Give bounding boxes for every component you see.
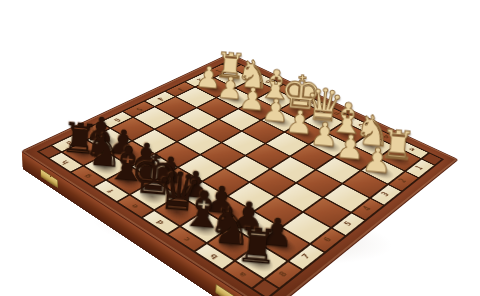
ring-corner (423, 154, 442, 165)
brass-clasp (215, 284, 240, 296)
piece-cell (40, 146, 61, 157)
file-label-d-far: d (321, 106, 351, 121)
piece-cell: ♟ (310, 134, 350, 157)
rank-label-2-left: 2 (186, 73, 213, 86)
piece-black-rook-a8[interactable]: ♜ (234, 221, 274, 269)
piece-cell: ♟ (218, 89, 256, 108)
brass-hinge (40, 168, 58, 188)
square-h4[interactable] (156, 97, 195, 117)
piece-cell (233, 65, 260, 78)
piece-cell (223, 60, 240, 68)
piece-white-pawn-g2[interactable]: ♟ (215, 73, 245, 104)
square-d2[interactable] (286, 122, 326, 144)
rank-label-1-left: 1 (205, 65, 231, 78)
piece-white-queen-d1[interactable]: ♛ (302, 83, 334, 127)
piece-cell: ♞ (236, 79, 273, 98)
piece-cell (156, 97, 195, 117)
chess-board: hgfedcba1122334455667788hgfedcba ♜♞♝♚♛♝♞… (20, 53, 459, 296)
piece-cell: ♟ (240, 99, 279, 119)
square-h3[interactable] (177, 88, 215, 107)
rank-label-3-left: 3 (166, 82, 194, 96)
square-h2[interactable] (196, 78, 233, 97)
piece-white-pawn-h2[interactable]: ♟ (194, 62, 223, 92)
piece-cell (146, 92, 174, 106)
piece-cell (396, 141, 428, 158)
file-label-f-far: f (276, 85, 304, 99)
piece-cell (223, 132, 264, 155)
square-g4[interactable] (177, 108, 217, 129)
piece-cell (186, 73, 213, 86)
square-g2[interactable] (218, 89, 256, 108)
square-h1[interactable] (215, 69, 252, 87)
piece-cell (134, 107, 174, 128)
pieces-layer: ♜♞♝♚♛♝♞♜♟♟♟♟♟♟♟♟♟♟♟♟♟♟♟♟♜♞♝♚♛♝♞♜ (37, 59, 445, 296)
piece-white-bishop-f1[interactable]: ♝ (256, 64, 286, 104)
piece-white-bishop-c1[interactable]: ♝ (327, 97, 359, 139)
square-d1[interactable] (304, 111, 343, 132)
piece-cell: ♟ (196, 78, 233, 97)
square-d3[interactable] (267, 133, 308, 156)
piece-cell (205, 65, 231, 78)
piece-cell (177, 88, 215, 107)
square-h5[interactable] (134, 107, 174, 128)
square-f4[interactable] (200, 120, 241, 142)
piece-cell: ♟ (262, 110, 301, 131)
piece-cell: ♚ (281, 100, 319, 120)
piece-white-knight-g1[interactable]: ♞ (234, 55, 264, 93)
piece-cell (124, 102, 153, 117)
piece-white-king-e1[interactable]: ♚ (279, 70, 310, 116)
square-c1[interactable] (328, 123, 367, 145)
piece-cell (276, 85, 304, 99)
square-f2[interactable] (240, 99, 279, 119)
square-e4[interactable] (223, 132, 264, 155)
piece-white-pawn-d2[interactable]: ♟ (284, 106, 315, 138)
piece-cell (198, 98, 237, 118)
file-label-a-far: a (396, 141, 428, 158)
file-label-c-far: c (345, 117, 375, 133)
square-e3[interactable] (243, 121, 283, 143)
file-label-h-far: h (233, 65, 260, 78)
file-label-g-far: g (254, 75, 282, 89)
piece-cell: ♝ (328, 123, 367, 145)
piece-cell: ♛ (304, 111, 343, 132)
ring-corner (223, 60, 240, 68)
piece-cell: ♝ (258, 90, 296, 109)
square-f3[interactable] (220, 109, 260, 130)
piece-cell (423, 154, 442, 165)
piece-white-pawn-c2[interactable]: ♟ (309, 118, 341, 151)
piece-cell (406, 160, 433, 178)
piece-cell (220, 109, 260, 130)
square-g1[interactable] (236, 79, 273, 98)
rank-label-5-left: 5 (124, 102, 153, 117)
square-g3[interactable] (198, 98, 237, 118)
piece-cell (166, 82, 194, 96)
board-frame: hgfedcba1122334455667788hgfedcba ♜♞♝♚♛♝♞… (38, 59, 442, 296)
file-label-e-far: e (298, 95, 327, 110)
scene: hgfedcba1122334455667788hgfedcba ♜♞♝♚♛♝♞… (0, 0, 480, 296)
piece-cell: ♜ (215, 69, 252, 87)
piece-cell (254, 75, 282, 89)
piece-cell (345, 117, 375, 133)
piece-cell (243, 121, 283, 143)
piece-cell (267, 133, 308, 156)
piece-cell (321, 106, 351, 121)
square-e1[interactable] (281, 100, 319, 120)
square-e2[interactable] (262, 110, 301, 131)
rank-label-4-left: 4 (146, 92, 174, 106)
piece-cell: ♟ (286, 122, 326, 144)
piece-white-pawn-f2[interactable]: ♟ (237, 83, 267, 114)
piece-white-rook-h1[interactable]: ♜ (213, 48, 242, 83)
piece-cell (200, 120, 241, 142)
piece-cell (298, 95, 327, 110)
square-c2[interactable] (310, 134, 350, 157)
square-f1[interactable] (258, 90, 296, 109)
piece-white-pawn-a2[interactable]: ♟ (361, 143, 394, 177)
piece-white-pawn-e2[interactable]: ♟ (260, 94, 291, 126)
piece-cell (177, 108, 217, 129)
